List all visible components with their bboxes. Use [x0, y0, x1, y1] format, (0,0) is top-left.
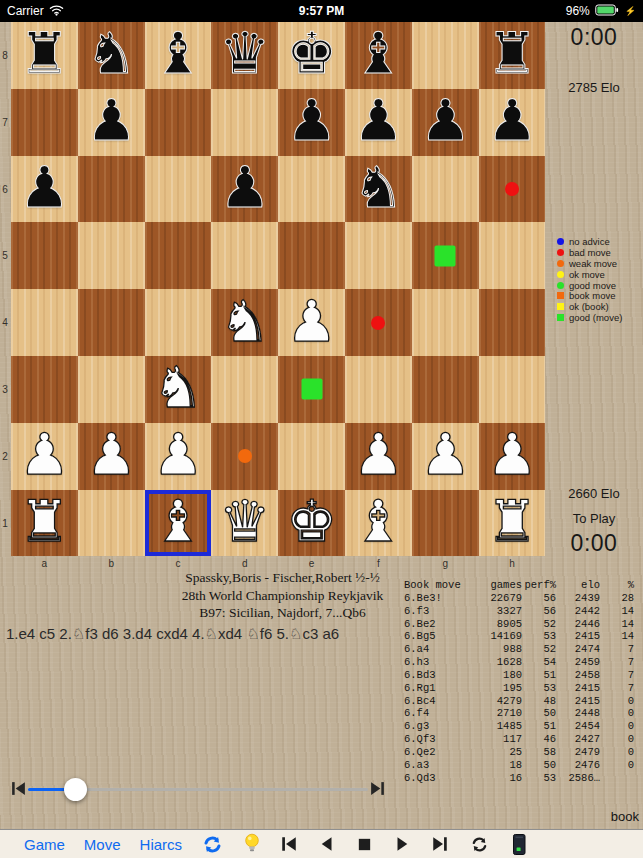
black-bishop-c8: ♝ [152, 20, 203, 86]
square-e4[interactable]: ♟ [278, 289, 345, 356]
book-table-row[interactable]: 6.Qd316532586… [404, 772, 634, 785]
book-table-cell: 0 [600, 695, 634, 708]
legend-swatch-square [557, 292, 564, 299]
black-king-e8: ♚ [286, 20, 337, 86]
file-label-e: e [278, 558, 345, 569]
book-table-cell: 6.g3 [404, 720, 466, 733]
book-table-cell: 2454 [556, 720, 600, 733]
book-table-cell: 6.Bc4 [404, 695, 466, 708]
slider-skip-start-icon[interactable] [10, 780, 27, 801]
black-rook-a8: ♜ [19, 20, 70, 86]
book-table-cell: 2415 [556, 630, 600, 643]
square-c1[interactable]: ♝ [145, 490, 212, 557]
white-bishop-c1: ♝ [152, 488, 203, 554]
white-pawn-f2: ♟ [353, 421, 404, 487]
white-queen-d1: ♛ [219, 488, 270, 554]
square-e8[interactable]: ♚ [278, 22, 345, 89]
legend-label: good (move) [569, 312, 622, 323]
skip-start-icon[interactable] [280, 835, 298, 853]
book-table-cell: 988 [466, 643, 522, 656]
black-pawn-d6: ♟ [219, 154, 270, 220]
legend-swatch-square [557, 303, 564, 310]
black-knight-b8: ♞ [86, 20, 137, 86]
square-e1[interactable]: ♚ [278, 490, 345, 557]
square-b7[interactable]: ♟ [78, 89, 145, 156]
black-pawn-b7: ♟ [86, 87, 137, 153]
square-f6[interactable]: ♞ [345, 156, 412, 223]
square-g5[interactable] [412, 222, 479, 289]
book-table-cell: 46 [522, 733, 556, 746]
book-table-cell: 51 [522, 669, 556, 682]
square-f7[interactable]: ♟ [345, 89, 412, 156]
white-pawn-c2: ♟ [152, 421, 203, 487]
stop-icon[interactable] [356, 836, 373, 853]
book-table-row[interactable]: 6.Qf31174624270 [404, 733, 634, 746]
step-forward-icon[interactable] [393, 835, 411, 853]
book-table-cell: 2446 [556, 618, 600, 631]
square-g8[interactable] [412, 22, 479, 89]
white-knight-d4: ♞ [219, 288, 270, 354]
rank-label-2: 2 [0, 451, 10, 462]
square-h5[interactable] [479, 222, 546, 289]
book-table-cell: 2458 [556, 669, 600, 682]
book-table-cell: 2474 [556, 643, 600, 656]
square-f3[interactable] [345, 356, 412, 423]
book-table-cell: 6.a4 [404, 643, 466, 656]
legend-label: ok move [569, 269, 605, 280]
book-table-cell [600, 772, 634, 785]
square-c7[interactable] [145, 89, 212, 156]
square-d5[interactable] [211, 222, 278, 289]
square-e5[interactable] [278, 222, 345, 289]
square-e3[interactable] [278, 356, 345, 423]
square-c3[interactable]: ♞ [145, 356, 212, 423]
book-table-row[interactable]: 6.f3332756244214 [404, 605, 634, 618]
black-queen-d8: ♛ [219, 20, 270, 86]
book-table-cell: 2586… [556, 772, 600, 785]
book-table-cell: 6.h3 [404, 656, 466, 669]
book-table-cell: 2415 [556, 682, 600, 695]
refresh-icon[interactable] [469, 834, 490, 855]
book-table-cell: 2479 [556, 746, 600, 759]
square-c4[interactable] [145, 289, 212, 356]
square-d4[interactable]: ♞ [211, 289, 278, 356]
square-h4[interactable] [479, 289, 546, 356]
square-c2[interactable]: ♟ [145, 423, 212, 490]
square-f8[interactable]: ♝ [345, 22, 412, 89]
black-pawn-f7: ♟ [353, 87, 404, 153]
book-table-header-cell: elo [556, 579, 600, 592]
advice-marker-weak-move-d2 [238, 449, 252, 463]
hint-lightbulb-icon[interactable] [244, 833, 260, 855]
book-mode-label: book [0, 809, 639, 824]
clock-time: 9:57 PM [0, 4, 643, 18]
square-d3[interactable] [211, 356, 278, 423]
square-d1[interactable]: ♛ [211, 490, 278, 557]
white-pawn-a2: ♟ [19, 421, 70, 487]
black-pawn-h7: ♟ [486, 87, 537, 153]
book-table-cell: 7 [600, 682, 634, 695]
book-table-cell: 2459 [556, 656, 600, 669]
book-table-cell: 0 [600, 707, 634, 720]
book-table-cell: 14169 [466, 630, 522, 643]
slider-thumb[interactable] [64, 778, 87, 801]
square-g7[interactable]: ♟ [412, 89, 479, 156]
engine-book-icon[interactable] [510, 833, 528, 856]
legend-label: no advice [569, 236, 610, 247]
square-f5[interactable] [345, 222, 412, 289]
legend-swatch-square [557, 314, 564, 321]
square-a8[interactable]: ♜ [11, 22, 78, 89]
status-bar: Carrier 9:57 PM 96% ⚡ [0, 0, 643, 22]
book-table-cell: 0 [600, 759, 634, 772]
square-a5[interactable] [11, 222, 78, 289]
white-rook-h1: ♜ [486, 488, 537, 554]
book-table-cell: 0 [600, 733, 634, 746]
legend-item: good move [557, 280, 622, 291]
square-b6[interactable] [78, 156, 145, 223]
book-table-header-cell: perf% [522, 579, 556, 592]
book-table-cell: 6.Be3! [404, 592, 466, 605]
book-table-cell: 7 [600, 669, 634, 682]
book-table-cell: 1628 [466, 656, 522, 669]
advice-legend: no advicebad moveweak moveok movegood mo… [557, 236, 622, 323]
book-table-cell: 2439 [556, 592, 600, 605]
square-g2[interactable]: ♟ [412, 423, 479, 490]
book-move-table[interactable]: Book movegamesperf%elo%6.Be3!22679562439… [404, 579, 634, 785]
square-a2[interactable]: ♟ [11, 423, 78, 490]
square-b2[interactable]: ♟ [78, 423, 145, 490]
square-d6[interactable]: ♟ [211, 156, 278, 223]
file-label-h: h [479, 558, 546, 569]
square-a4[interactable] [11, 289, 78, 356]
book-table-cell: 6.Qe2 [404, 746, 466, 759]
rank-label-3: 3 [0, 384, 10, 395]
book-table-cell: 22679 [466, 592, 522, 605]
book-table-cell: 7 [600, 643, 634, 656]
square-b8[interactable]: ♞ [78, 22, 145, 89]
square-e7[interactable]: ♟ [278, 89, 345, 156]
square-b3[interactable] [78, 356, 145, 423]
book-table-cell: 195 [466, 682, 522, 695]
book-table-cell: 2476 [556, 759, 600, 772]
legend-item: weak move [557, 258, 622, 269]
game-position-slider[interactable] [0, 775, 400, 805]
square-f1[interactable]: ♝ [345, 490, 412, 557]
rank-label-4: 4 [0, 317, 10, 328]
book-table-cell: 3327 [466, 605, 522, 618]
square-h3[interactable] [479, 356, 546, 423]
black-bishop-f8: ♝ [353, 20, 404, 86]
book-table-header-cell: games [466, 579, 522, 592]
square-b4[interactable] [78, 289, 145, 356]
square-b5[interactable] [78, 222, 145, 289]
white-elo: 2660 Elo [545, 486, 643, 501]
legend-item: good (move) [557, 312, 622, 323]
book-table-cell: 54 [522, 656, 556, 669]
chess-board[interactable]: ♜♞♝♛♚♝♜♟♟♟♟♟♟♟♞♞♟♞♟♟♟♟♟♟♜♝♛♚♝♜ [11, 22, 545, 556]
white-bishop-f1: ♝ [353, 488, 404, 554]
book-table-header-cell: % [600, 579, 634, 592]
black-pawn-a6: ♟ [19, 154, 70, 220]
book-table-cell: 0 [600, 720, 634, 733]
book-table-cell: 25 [466, 746, 522, 759]
square-g4[interactable] [412, 289, 479, 356]
square-f4[interactable] [345, 289, 412, 356]
book-table-cell: 56 [522, 592, 556, 605]
rank-label-8: 8 [0, 50, 10, 61]
book-table-cell: 28 [600, 592, 634, 605]
square-f2[interactable]: ♟ [345, 423, 412, 490]
book-table-row[interactable]: 6.h316285424597 [404, 656, 634, 669]
square-d7[interactable] [211, 89, 278, 156]
book-table-cell: 53 [522, 682, 556, 695]
book-table-row[interactable]: 6.f427105024480 [404, 707, 634, 720]
square-e6[interactable] [278, 156, 345, 223]
book-table-cell: 6.f4 [404, 707, 466, 720]
black-pawn-g7: ♟ [420, 87, 471, 153]
book-table-row[interactable]: 6.a49885224747 [404, 643, 634, 656]
legend-item: bad move [557, 247, 622, 258]
move-list[interactable]: 1.e4 c5 2.♘f3 d6 3.d4 cxd4 4.♘xd4 ♘f6 5.… [6, 625, 402, 643]
square-g1[interactable] [412, 490, 479, 557]
book-table-cell: 8905 [466, 618, 522, 631]
book-table-cell: 6.f3 [404, 605, 466, 618]
book-table-cell: 117 [466, 733, 522, 746]
book-table-cell: 6.Bd3 [404, 669, 466, 682]
file-label-a: a [11, 558, 78, 569]
book-table-cell: 2442 [556, 605, 600, 618]
skip-end-icon[interactable] [431, 835, 449, 853]
square-h8[interactable]: ♜ [479, 22, 546, 89]
book-table-cell: 6.Qf3 [404, 733, 466, 746]
legend-label: ok (book) [569, 301, 609, 312]
book-table-cell: 51 [522, 720, 556, 733]
legend-item: ok (book) [557, 301, 622, 312]
book-table-cell: 0 [600, 746, 634, 759]
book-table-row[interactable]: 6.Rg11955324157 [404, 682, 634, 695]
square-h2[interactable]: ♟ [479, 423, 546, 490]
book-table-cell: 14 [600, 605, 634, 618]
square-b1[interactable] [78, 490, 145, 557]
book-table-cell: 6.Bg5 [404, 630, 466, 643]
white-pawn-g2: ♟ [420, 421, 471, 487]
book-table-cell: 16 [466, 772, 522, 785]
white-pawn-h2: ♟ [486, 421, 537, 487]
step-back-icon[interactable] [318, 835, 336, 853]
flip-board-icon[interactable] [201, 833, 224, 856]
square-a6[interactable]: ♟ [11, 156, 78, 223]
rank-label-5: 5 [0, 250, 10, 261]
legend-label: weak move [569, 258, 617, 269]
legend-item: no advice [557, 236, 622, 247]
book-table-cell: 7 [600, 656, 634, 669]
book-table-cell: 53 [522, 630, 556, 643]
book-table-cell: 1485 [466, 720, 522, 733]
legend-item: ok move [557, 269, 622, 280]
book-table-row[interactable]: 6.Be3!2267956243928 [404, 592, 634, 605]
square-h1[interactable]: ♜ [479, 490, 546, 557]
legend-swatch-dot [557, 282, 564, 289]
game-menu-button[interactable]: Game [24, 836, 65, 853]
to-play-label: To Play [545, 511, 643, 526]
legend-swatch-dot [557, 260, 564, 267]
book-table-cell: 6.Rg1 [404, 682, 466, 695]
legend-label: book move [569, 290, 615, 301]
legend-swatch-dot [557, 271, 564, 278]
book-table-header: Book movegamesperf%elo% [404, 579, 634, 592]
book-table-row[interactable]: 6.Be2890552244614 [404, 618, 634, 631]
book-table-row[interactable]: 6.Bc442794824150 [404, 695, 634, 708]
book-table-header-cell: Book move [404, 579, 466, 592]
square-a7[interactable] [11, 89, 78, 156]
bottom-toolbar: Game Move Hiarcs [0, 829, 643, 858]
book-table-cell: 4279 [466, 695, 522, 708]
square-g3[interactable] [412, 356, 479, 423]
book-table-row[interactable]: 6.g314855124540 [404, 720, 634, 733]
file-label-d: d [211, 558, 278, 569]
white-king-e1: ♚ [286, 488, 337, 554]
white-pawn-e4: ♟ [286, 288, 337, 354]
book-table-cell: 53 [522, 772, 556, 785]
rank-label-1: 1 [0, 518, 10, 529]
book-table-cell: 2415 [556, 695, 600, 708]
black-elo: 2785 Elo [545, 80, 643, 95]
book-table-cell: 50 [522, 759, 556, 772]
square-d2[interactable] [211, 423, 278, 490]
black-clock: 0:00 [545, 24, 643, 51]
square-a1[interactable]: ♜ [11, 490, 78, 557]
advice-marker-good-move--e3 [301, 379, 322, 400]
legend-swatch-dot [557, 249, 564, 256]
legend-swatch-dot [557, 238, 564, 245]
book-table-cell: 56 [522, 605, 556, 618]
book-table-cell: 2710 [466, 707, 522, 720]
book-table-cell: 2427 [556, 733, 600, 746]
advice-marker-bad-move-h6 [505, 182, 519, 196]
book-table-row[interactable]: 6.a3185024760 [404, 759, 634, 772]
black-knight-f6: ♞ [353, 154, 404, 220]
rank-label-7: 7 [0, 117, 10, 128]
book-table-cell: 52 [522, 643, 556, 656]
book-table-row[interactable]: 6.Bd31805124587 [404, 669, 634, 682]
book-table-cell: 6.Qd3 [404, 772, 466, 785]
square-c8[interactable]: ♝ [145, 22, 212, 89]
legend-label: good move [569, 280, 616, 291]
white-rook-a1: ♜ [19, 488, 70, 554]
square-h6[interactable] [479, 156, 546, 223]
hiarcs-engine-button[interactable]: Hiarcs [140, 836, 183, 853]
book-table-cell: 2448 [556, 707, 600, 720]
book-table-row[interactable]: 6.Bg51416953241514 [404, 630, 634, 643]
book-table-cell: 14 [600, 630, 634, 643]
square-e2[interactable] [278, 423, 345, 490]
white-clock: 0:00 [545, 530, 643, 557]
white-knight-c3: ♞ [152, 354, 203, 420]
file-label-b: b [78, 558, 145, 569]
book-table-cell: 180 [466, 669, 522, 682]
black-rook-h8: ♜ [486, 20, 537, 86]
square-c6[interactable] [145, 156, 212, 223]
file-label-c: c [145, 558, 212, 569]
rank-label-6: 6 [0, 184, 10, 195]
legend-item: book move [557, 290, 622, 301]
file-label-f: f [345, 558, 412, 569]
square-h7[interactable]: ♟ [479, 89, 546, 156]
square-c5[interactable] [145, 222, 212, 289]
square-a3[interactable] [11, 356, 78, 423]
book-table-cell: 6.a3 [404, 759, 466, 772]
square-d8[interactable]: ♛ [211, 22, 278, 89]
legend-label: bad move [569, 247, 611, 258]
advice-marker-good-move--g5 [435, 245, 456, 266]
advice-marker-bad-move-f4 [371, 316, 385, 330]
white-pawn-b2: ♟ [86, 421, 137, 487]
book-table-cell: 52 [522, 618, 556, 631]
book-table-cell: 50 [522, 707, 556, 720]
black-pawn-e7: ♟ [286, 87, 337, 153]
book-table-cell: 6.Be2 [404, 618, 466, 631]
book-table-cell: 48 [522, 695, 556, 708]
book-table-row[interactable]: 6.Qe2255824790 [404, 746, 634, 759]
move-menu-button[interactable]: Move [84, 836, 121, 853]
square-g6[interactable] [412, 156, 479, 223]
book-table-cell: 58 [522, 746, 556, 759]
file-label-g: g [412, 558, 479, 569]
book-table-cell: 14 [600, 618, 634, 631]
slider-skip-end-icon[interactable] [369, 780, 386, 801]
book-table-cell: 18 [466, 759, 522, 772]
